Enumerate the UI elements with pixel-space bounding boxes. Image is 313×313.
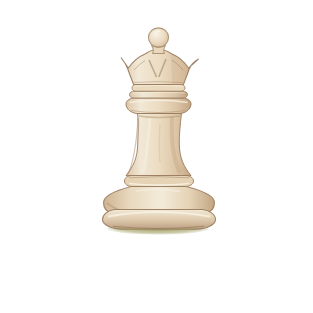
queen-collar [126,98,191,114]
queen-crown [121,49,199,84]
queen-stem [126,114,191,176]
chess-piece-white-queen [0,0,313,313]
queen-neck-rings [130,85,188,99]
queen-finial-ball [149,28,169,54]
queen-plinth [103,210,216,231]
white-queen-drawing [0,0,313,313]
queen-ridge-ring [125,176,194,187]
illustration-canvas [0,0,313,313]
